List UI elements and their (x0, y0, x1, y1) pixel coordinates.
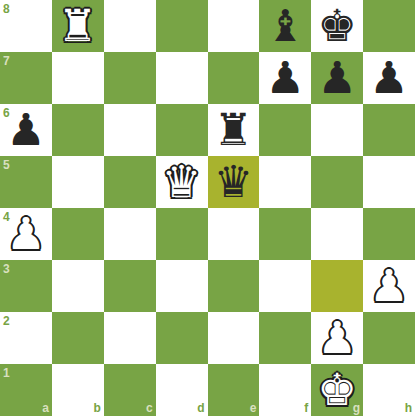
square-f6[interactable] (259, 104, 311, 156)
file-label-d: d (197, 402, 204, 414)
square-c2[interactable] (104, 312, 156, 364)
square-e6[interactable]: ♜ (208, 104, 260, 156)
square-b8[interactable]: ♜ (52, 0, 104, 52)
square-e1[interactable]: e (208, 364, 260, 416)
square-f8[interactable]: ♝ (259, 0, 311, 52)
square-a5[interactable]: 5 (0, 156, 52, 208)
file-label-h: h (405, 402, 412, 414)
file-label-f: f (304, 402, 308, 414)
square-g7[interactable]: ♟ (311, 52, 363, 104)
chess-board-container: 8♜♝♚7♟♟♟6♟♜5♛♛4♟3♟2♟1abcdefg♚h (0, 0, 415, 416)
square-d3[interactable] (156, 260, 208, 312)
square-g6[interactable] (311, 104, 363, 156)
white-king[interactable]: ♚ (317, 368, 356, 412)
square-c5[interactable] (104, 156, 156, 208)
black-pawn[interactable]: ♟ (6, 108, 45, 152)
black-king[interactable]: ♚ (317, 4, 356, 48)
square-b7[interactable] (52, 52, 104, 104)
square-f5[interactable] (259, 156, 311, 208)
black-pawn[interactable]: ♟ (369, 56, 408, 100)
square-h2[interactable] (363, 312, 415, 364)
square-f3[interactable] (259, 260, 311, 312)
white-pawn[interactable]: ♟ (369, 264, 408, 308)
square-f4[interactable] (259, 208, 311, 260)
file-label-b: b (93, 402, 100, 414)
square-b5[interactable] (52, 156, 104, 208)
square-a1[interactable]: 1a (0, 364, 52, 416)
square-b6[interactable] (52, 104, 104, 156)
file-label-a: a (42, 402, 49, 414)
square-e2[interactable] (208, 312, 260, 364)
rank-label-7: 7 (3, 55, 10, 67)
square-c3[interactable] (104, 260, 156, 312)
rank-label-1: 1 (3, 367, 10, 379)
square-b1[interactable]: b (52, 364, 104, 416)
square-h4[interactable] (363, 208, 415, 260)
square-d5[interactable]: ♛ (156, 156, 208, 208)
square-h6[interactable] (363, 104, 415, 156)
square-h7[interactable]: ♟ (363, 52, 415, 104)
square-g2[interactable]: ♟ (311, 312, 363, 364)
square-g1[interactable]: g♚ (311, 364, 363, 416)
black-bishop[interactable]: ♝ (266, 4, 305, 48)
square-a8[interactable]: 8 (0, 0, 52, 52)
file-label-e: e (250, 402, 257, 414)
square-g5[interactable] (311, 156, 363, 208)
square-f1[interactable]: f (259, 364, 311, 416)
square-e7[interactable] (208, 52, 260, 104)
square-c8[interactable] (104, 0, 156, 52)
square-c7[interactable] (104, 52, 156, 104)
square-h3[interactable]: ♟ (363, 260, 415, 312)
rank-label-3: 3 (3, 263, 10, 275)
square-c1[interactable]: c (104, 364, 156, 416)
square-c4[interactable] (104, 208, 156, 260)
square-d7[interactable] (156, 52, 208, 104)
square-h1[interactable]: h (363, 364, 415, 416)
square-a4[interactable]: 4♟ (0, 208, 52, 260)
white-queen[interactable]: ♛ (162, 160, 201, 204)
square-f2[interactable] (259, 312, 311, 364)
square-a3[interactable]: 3 (0, 260, 52, 312)
square-h5[interactable] (363, 156, 415, 208)
square-g4[interactable] (311, 208, 363, 260)
white-rook[interactable]: ♜ (58, 4, 97, 48)
square-e8[interactable] (208, 0, 260, 52)
square-f7[interactable]: ♟ (259, 52, 311, 104)
square-a7[interactable]: 7 (0, 52, 52, 104)
black-queen[interactable]: ♛ (214, 160, 253, 204)
black-pawn[interactable]: ♟ (266, 56, 305, 100)
rank-label-5: 5 (3, 159, 10, 171)
square-g8[interactable]: ♚ (311, 0, 363, 52)
square-d8[interactable] (156, 0, 208, 52)
square-e5[interactable]: ♛ (208, 156, 260, 208)
rank-label-8: 8 (3, 3, 10, 15)
square-b4[interactable] (52, 208, 104, 260)
square-d1[interactable]: d (156, 364, 208, 416)
square-e4[interactable] (208, 208, 260, 260)
square-e3[interactable] (208, 260, 260, 312)
square-d2[interactable] (156, 312, 208, 364)
square-b3[interactable] (52, 260, 104, 312)
square-c6[interactable] (104, 104, 156, 156)
white-pawn[interactable]: ♟ (6, 212, 45, 256)
square-g3[interactable] (311, 260, 363, 312)
square-a6[interactable]: 6♟ (0, 104, 52, 156)
black-pawn[interactable]: ♟ (317, 56, 356, 100)
file-label-c: c (146, 402, 153, 414)
square-a2[interactable]: 2 (0, 312, 52, 364)
rank-label-2: 2 (3, 315, 10, 327)
square-h8[interactable] (363, 0, 415, 52)
square-d4[interactable] (156, 208, 208, 260)
chess-board: 8♜♝♚7♟♟♟6♟♜5♛♛4♟3♟2♟1abcdefg♚h (0, 0, 415, 416)
square-b2[interactable] (52, 312, 104, 364)
square-d6[interactable] (156, 104, 208, 156)
white-pawn[interactable]: ♟ (317, 316, 356, 360)
black-rook[interactable]: ♜ (214, 108, 253, 152)
